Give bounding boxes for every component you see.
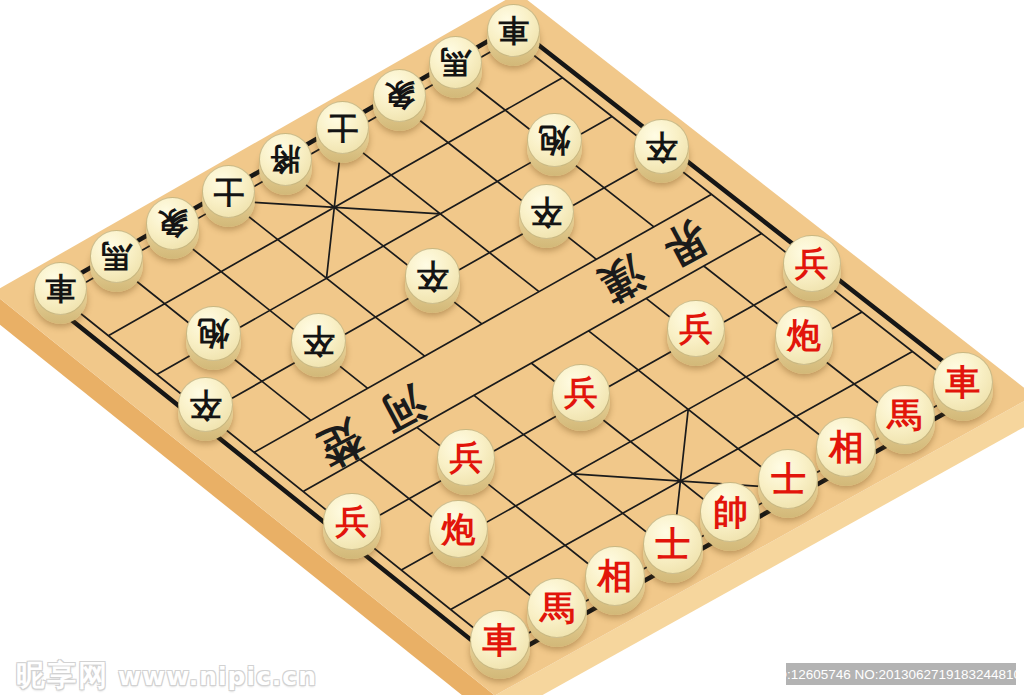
piece-glyph: 炮 [528, 114, 581, 167]
piece-face: 炮 [527, 113, 582, 168]
nipic-logo-watermark: 昵享网 www.nipic.cn [16, 656, 317, 695]
piece-black-cannon[interactable]: 炮 [527, 113, 582, 177]
piece-face: 車 [470, 610, 530, 670]
piece-black-cannon[interactable]: 炮 [186, 306, 241, 370]
piece-glyph: 士 [644, 515, 702, 573]
piece-glyph: 炮 [776, 307, 832, 363]
piece-red-chariot[interactable]: 車 [470, 610, 530, 679]
piece-red-elephant[interactable]: 相 [816, 417, 876, 486]
piece-red-general[interactable]: 帥 [700, 482, 760, 551]
piece-glyph: 車 [488, 5, 539, 56]
piece-black-general[interactable]: 將 [259, 133, 312, 195]
piece-glyph: 卒 [520, 185, 573, 238]
piece-face: 士 [202, 165, 255, 218]
piece-glyph: 兵 [324, 494, 380, 550]
piece-face: 馬 [429, 36, 482, 89]
piece-glyph: 兵 [784, 236, 840, 292]
piece-red-cannon[interactable]: 炮 [429, 500, 487, 567]
piece-red-elephant[interactable]: 相 [585, 546, 645, 615]
piece-face: 兵 [783, 235, 841, 293]
piece-glyph: 象 [147, 198, 198, 249]
piece-face: 炮 [429, 500, 487, 558]
piece-glyph: 兵 [668, 301, 724, 357]
piece-glyph: 炮 [430, 501, 486, 557]
piece-red-horse[interactable]: 馬 [527, 578, 587, 647]
piece-face: 將 [259, 133, 312, 186]
piece-face: 馬 [875, 385, 935, 445]
piece-face: 卒 [291, 313, 346, 368]
piece-face: 炮 [186, 306, 241, 361]
piece-face: 車 [487, 4, 540, 57]
piece-red-soldier[interactable]: 兵 [323, 493, 381, 560]
piece-red-horse[interactable]: 馬 [875, 385, 935, 454]
piece-face: 士 [643, 514, 703, 574]
piece-red-chariot[interactable]: 車 [933, 352, 993, 421]
piece-glyph: 馬 [876, 386, 934, 444]
piece-glyph: 卒 [179, 378, 232, 431]
piece-face: 卒 [178, 377, 233, 432]
piece-face: 兵 [552, 364, 610, 422]
piece-glyph: 相 [586, 547, 644, 605]
piece-glyph: 相 [817, 418, 875, 476]
piece-face: 相 [816, 417, 876, 477]
piece-glyph: 士 [317, 102, 368, 153]
piece-black-soldier[interactable]: 卒 [634, 119, 689, 183]
piece-black-chariot[interactable]: 車 [487, 4, 540, 66]
piece-face: 兵 [437, 429, 495, 487]
piece-face: 馬 [527, 578, 587, 638]
piece-face: 馬 [90, 230, 143, 283]
piece-glyph: 兵 [553, 365, 609, 421]
piece-face: 炮 [775, 306, 833, 364]
piece-red-soldier[interactable]: 兵 [552, 364, 610, 431]
piece-black-horse[interactable]: 馬 [90, 230, 143, 292]
piece-glyph: 象 [374, 70, 425, 121]
piece-red-soldier[interactable]: 兵 [783, 235, 841, 302]
piece-face: 車 [34, 262, 87, 315]
piece-red-soldier[interactable]: 兵 [667, 300, 725, 367]
piece-black-advisor[interactable]: 士 [202, 165, 255, 227]
piece-face: 車 [933, 352, 993, 412]
piece-black-soldier[interactable]: 卒 [405, 248, 460, 312]
piece-red-advisor[interactable]: 士 [758, 449, 818, 518]
site-name-logo: 昵享网 [16, 656, 109, 695]
piece-face: 士 [758, 449, 818, 509]
piece-face: 相 [585, 546, 645, 606]
piece-black-elephant[interactable]: 象 [373, 69, 426, 131]
piece-glyph: 士 [203, 166, 254, 217]
piece-glyph: 帥 [701, 483, 759, 541]
xiangqi-start-position-illustration: 楚河漢界 車馬象士將士象馬車炮炮卒卒卒卒卒兵兵兵兵兵炮炮車馬相士帥士相馬車 昵享… [0, 0, 1024, 695]
site-url-text: www.nipic.cn [118, 662, 317, 691]
piece-face: 卒 [405, 248, 460, 303]
piece-black-soldier[interactable]: 卒 [178, 377, 233, 441]
piece-glyph: 卒 [292, 314, 345, 367]
piece-black-chariot[interactable]: 車 [34, 262, 87, 324]
piece-glyph: 卒 [635, 120, 688, 173]
piece-face: 象 [373, 69, 426, 122]
piece-glyph: 車 [471, 611, 529, 669]
piece-glyph: 馬 [528, 579, 586, 637]
image-id-watermark: ID:12605746 NO:20130627191832448108 [786, 663, 1016, 685]
piece-glyph: 炮 [187, 307, 240, 360]
piece-glyph: 車 [934, 353, 992, 411]
piece-glyph: 將 [260, 134, 311, 185]
piece-black-horse[interactable]: 馬 [429, 36, 482, 98]
piece-layer: 車馬象士將士象馬車炮炮卒卒卒卒卒兵兵兵兵兵炮炮車馬相士帥士相馬車 [0, 0, 1024, 695]
piece-red-cannon[interactable]: 炮 [775, 306, 833, 373]
piece-face: 兵 [667, 300, 725, 358]
piece-black-soldier[interactable]: 卒 [291, 313, 346, 377]
piece-red-soldier[interactable]: 兵 [437, 429, 495, 496]
piece-face: 卒 [519, 184, 574, 239]
piece-face: 士 [316, 101, 369, 154]
piece-face: 象 [146, 197, 199, 250]
piece-glyph: 馬 [91, 231, 142, 282]
piece-glyph: 士 [759, 450, 817, 508]
piece-red-advisor[interactable]: 士 [643, 514, 703, 583]
piece-black-soldier[interactable]: 卒 [519, 184, 574, 248]
piece-black-advisor[interactable]: 士 [316, 101, 369, 163]
piece-glyph: 馬 [430, 37, 481, 88]
piece-glyph: 兵 [438, 430, 494, 486]
piece-glyph: 卒 [406, 249, 459, 302]
piece-face: 帥 [700, 482, 760, 542]
piece-face: 兵 [323, 493, 381, 551]
piece-face: 卒 [634, 119, 689, 174]
piece-glyph: 車 [35, 263, 86, 314]
image-id-text: ID:12605746 NO:20130627191832448108 [773, 667, 1024, 682]
piece-black-elephant[interactable]: 象 [146, 197, 199, 259]
